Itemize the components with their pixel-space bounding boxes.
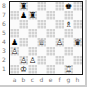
square-a6[interactable] bbox=[10, 20, 19, 29]
square-b5[interactable] bbox=[19, 29, 28, 38]
square-g1[interactable]: ♜♖ bbox=[64, 65, 73, 74]
piece-white-king[interactable]: ♚♔ bbox=[19, 65, 28, 74]
square-a7[interactable] bbox=[10, 11, 19, 20]
square-b1[interactable]: ♚♔ bbox=[19, 65, 28, 74]
piece-black-queen[interactable]: ♛ bbox=[73, 38, 82, 47]
square-g8[interactable]: ♚ bbox=[64, 2, 73, 11]
square-e5[interactable] bbox=[46, 29, 55, 38]
piece-glyph-outline: ♙ bbox=[19, 56, 28, 65]
square-g5[interactable] bbox=[64, 29, 73, 38]
piece-white-rook[interactable]: ♜♖ bbox=[64, 65, 73, 74]
chess-diagram: 87654321 ♜♚♟♜♝♗♟♛♕♟♙♛♟♙♟♙♟♙♚♔♜♖ abcdefgh bbox=[0, 0, 87, 87]
piece-glyph: ♚ bbox=[64, 2, 73, 11]
piece-glyph: ♜ bbox=[28, 11, 37, 20]
chess-board[interactable]: ♜♚♟♜♝♗♟♛♕♟♙♛♟♙♟♙♟♙♚♔♜♖ bbox=[9, 1, 83, 75]
file-label-a: a bbox=[10, 76, 19, 83]
rank-label-3: 3 bbox=[0, 46, 8, 55]
piece-glyph-outline: ♙ bbox=[55, 38, 64, 47]
square-a8[interactable] bbox=[10, 2, 19, 11]
piece-glyph-outline: ♙ bbox=[10, 47, 19, 56]
square-f8[interactable] bbox=[55, 2, 64, 11]
square-d2[interactable] bbox=[37, 56, 46, 65]
square-f1[interactable] bbox=[55, 65, 64, 74]
square-f5[interactable] bbox=[55, 29, 64, 38]
square-d6[interactable] bbox=[37, 20, 46, 29]
file-label-c: c bbox=[28, 76, 37, 83]
square-g4[interactable] bbox=[64, 38, 73, 47]
piece-glyph: ♜ bbox=[19, 2, 28, 11]
square-f2[interactable] bbox=[55, 56, 64, 65]
square-c4[interactable] bbox=[28, 38, 37, 47]
square-d4[interactable]: ♛♕ bbox=[37, 38, 46, 47]
square-h6[interactable] bbox=[73, 20, 82, 29]
square-c5[interactable] bbox=[28, 29, 37, 38]
square-h5[interactable] bbox=[73, 29, 82, 38]
piece-glyph-outline: ♔ bbox=[19, 65, 28, 74]
square-d1[interactable] bbox=[37, 65, 46, 74]
square-c1[interactable] bbox=[28, 65, 37, 74]
rank-label-8: 8 bbox=[0, 1, 8, 10]
square-d8[interactable] bbox=[37, 2, 46, 11]
piece-glyph-outline: ♗ bbox=[64, 20, 73, 29]
square-e3[interactable] bbox=[46, 47, 55, 56]
piece-black-pawn[interactable]: ♟ bbox=[19, 11, 28, 20]
square-e4[interactable] bbox=[46, 38, 55, 47]
square-a1[interactable] bbox=[10, 65, 19, 74]
square-c2[interactable]: ♟♙ bbox=[28, 56, 37, 65]
square-h1[interactable] bbox=[73, 65, 82, 74]
square-f4[interactable]: ♟♙ bbox=[55, 38, 64, 47]
piece-white-bishop[interactable]: ♝♗ bbox=[64, 20, 73, 29]
square-h2[interactable] bbox=[73, 56, 82, 65]
square-h8[interactable] bbox=[73, 2, 82, 11]
square-b3[interactable] bbox=[19, 47, 28, 56]
square-b7[interactable]: ♟ bbox=[19, 11, 28, 20]
square-e2[interactable] bbox=[46, 56, 55, 65]
square-a5[interactable] bbox=[10, 29, 19, 38]
square-f7[interactable] bbox=[55, 11, 64, 20]
piece-black-rook[interactable]: ♜ bbox=[19, 2, 28, 11]
square-e7[interactable] bbox=[46, 11, 55, 20]
piece-glyph-outline: ♕ bbox=[37, 38, 46, 47]
square-d5[interactable] bbox=[37, 29, 46, 38]
square-b4[interactable] bbox=[19, 38, 28, 47]
rank-label-2: 2 bbox=[0, 55, 8, 64]
piece-glyph: ♛ bbox=[73, 38, 82, 47]
square-d3[interactable] bbox=[37, 47, 46, 56]
square-c7[interactable]: ♜ bbox=[28, 11, 37, 20]
piece-white-pawn[interactable]: ♟♙ bbox=[10, 47, 19, 56]
square-d7[interactable] bbox=[37, 11, 46, 20]
square-g2[interactable] bbox=[64, 56, 73, 65]
piece-glyph: ♟ bbox=[10, 38, 19, 47]
rank-label-6: 6 bbox=[0, 19, 8, 28]
square-a4[interactable]: ♟ bbox=[10, 38, 19, 47]
square-b2[interactable]: ♟♙ bbox=[19, 56, 28, 65]
file-label-d: d bbox=[37, 76, 46, 83]
square-b6[interactable] bbox=[19, 20, 28, 29]
piece-glyph: ♟ bbox=[19, 11, 28, 20]
piece-glyph-outline: ♙ bbox=[28, 56, 37, 65]
square-c8[interactable] bbox=[28, 2, 37, 11]
rank-label-7: 7 bbox=[0, 10, 8, 19]
square-b8[interactable]: ♜ bbox=[19, 2, 28, 11]
square-c3[interactable] bbox=[28, 47, 37, 56]
square-g6[interactable]: ♝♗ bbox=[64, 20, 73, 29]
file-label-f: f bbox=[55, 76, 64, 83]
square-c6[interactable] bbox=[28, 20, 37, 29]
square-e1[interactable] bbox=[46, 65, 55, 74]
rank-labels: 87654321 bbox=[0, 1, 8, 73]
file-label-b: b bbox=[19, 76, 28, 83]
piece-glyph-outline: ♖ bbox=[64, 65, 73, 74]
piece-white-pawn[interactable]: ♟♙ bbox=[55, 38, 64, 47]
square-a2[interactable] bbox=[10, 56, 19, 65]
square-f3[interactable] bbox=[55, 47, 64, 56]
square-f6[interactable] bbox=[55, 20, 64, 29]
piece-white-pawn[interactable]: ♟♙ bbox=[28, 56, 37, 65]
piece-white-queen[interactable]: ♛♕ bbox=[37, 38, 46, 47]
square-g7[interactable] bbox=[64, 11, 73, 20]
file-label-h: h bbox=[73, 76, 82, 83]
square-a3[interactable]: ♟♙ bbox=[10, 47, 19, 56]
rank-label-4: 4 bbox=[0, 37, 8, 46]
square-g3[interactable] bbox=[64, 47, 73, 56]
file-label-g: g bbox=[64, 76, 73, 83]
square-h3[interactable] bbox=[73, 47, 82, 56]
file-label-e: e bbox=[46, 76, 55, 83]
piece-black-rook[interactable]: ♜ bbox=[28, 11, 37, 20]
piece-white-pawn[interactable]: ♟♙ bbox=[19, 56, 28, 65]
file-labels: abcdefgh bbox=[10, 76, 82, 83]
rank-label-1: 1 bbox=[0, 64, 8, 73]
square-h7[interactable] bbox=[73, 11, 82, 20]
square-e6[interactable] bbox=[46, 20, 55, 29]
square-h4[interactable]: ♛ bbox=[73, 38, 82, 47]
piece-black-pawn[interactable]: ♟ bbox=[10, 38, 19, 47]
square-e8[interactable] bbox=[46, 2, 55, 11]
rank-label-5: 5 bbox=[0, 28, 8, 37]
piece-black-king[interactable]: ♚ bbox=[64, 2, 73, 11]
